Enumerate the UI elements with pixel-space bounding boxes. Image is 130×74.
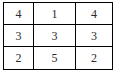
grid-cell-r1c2[interactable]: 3 bbox=[76, 25, 112, 47]
grid-cell-r0c0[interactable]: 4 bbox=[4, 3, 34, 25]
grid-cell-r0c1[interactable]: 1 bbox=[34, 3, 76, 25]
grid-cell-r2c0[interactable]: 2 bbox=[4, 47, 34, 69]
grid-cell-r2c1[interactable]: 5 bbox=[34, 47, 76, 69]
number-grid-board: 4 1 4 3 3 3 2 5 2 bbox=[3, 2, 113, 70]
magic-square-grid: 4 1 4 3 3 3 2 5 2 bbox=[3, 2, 113, 70]
grid-cell-r0c2[interactable]: 4 bbox=[76, 3, 112, 25]
grid-cell-r1c0[interactable]: 3 bbox=[4, 25, 34, 47]
grid-cell-r1c1[interactable]: 3 bbox=[34, 25, 76, 47]
grid-cell-r2c2[interactable]: 2 bbox=[76, 47, 112, 69]
